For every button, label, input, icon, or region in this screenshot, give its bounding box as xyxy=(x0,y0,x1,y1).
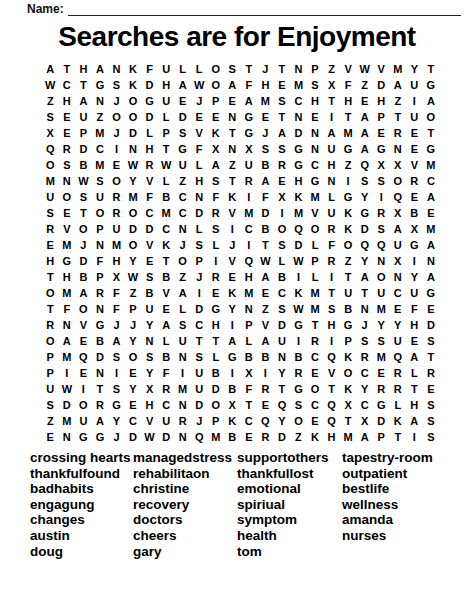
grid-cell[interactable]: N xyxy=(59,173,76,189)
grid-cell[interactable]: H xyxy=(323,317,340,333)
grid-cell[interactable]: D xyxy=(423,317,440,333)
grid-cell[interactable]: K xyxy=(125,61,142,77)
grid-cell[interactable]: S xyxy=(373,173,390,189)
grid-cell[interactable]: D xyxy=(191,397,208,413)
grid-cell[interactable]: D xyxy=(125,221,142,237)
grid-cell[interactable]: U xyxy=(141,301,158,317)
grid-cell[interactable]: D xyxy=(75,141,92,157)
grid-cell[interactable]: P xyxy=(158,125,175,141)
grid-cell[interactable]: F xyxy=(158,365,175,381)
grid-cell[interactable]: N xyxy=(174,221,191,237)
grid-cell[interactable]: J xyxy=(108,429,125,445)
grid-cell[interactable]: L xyxy=(174,301,191,317)
grid-cell[interactable]: B xyxy=(224,429,241,445)
grid-cell[interactable]: L xyxy=(158,173,175,189)
grid-cell[interactable]: K xyxy=(340,205,357,221)
grid-cell[interactable]: F xyxy=(207,189,224,205)
grid-cell[interactable]: G xyxy=(307,173,324,189)
grid-cell[interactable]: N xyxy=(241,301,258,317)
grid-cell[interactable]: G xyxy=(423,77,440,93)
grid-cell[interactable]: S xyxy=(373,221,390,237)
grid-cell[interactable]: Z xyxy=(340,157,357,173)
grid-cell[interactable]: L xyxy=(389,397,406,413)
grid-cell[interactable]: A xyxy=(108,333,125,349)
grid-cell[interactable]: O xyxy=(207,397,224,413)
grid-cell[interactable]: P xyxy=(125,301,142,317)
grid-cell[interactable]: V xyxy=(141,237,158,253)
grid-cell[interactable]: W xyxy=(191,77,208,93)
grid-cell[interactable]: D xyxy=(141,109,158,125)
grid-cell[interactable]: J xyxy=(108,125,125,141)
grid-cell[interactable]: S xyxy=(356,173,373,189)
grid-cell[interactable]: R xyxy=(207,269,224,285)
grid-cell[interactable]: P xyxy=(241,317,258,333)
grid-cell[interactable]: R xyxy=(141,157,158,173)
grid-cell[interactable]: D xyxy=(290,237,307,253)
grid-cell[interactable]: D xyxy=(125,125,142,141)
grid-cell[interactable]: M xyxy=(42,173,59,189)
grid-cell[interactable]: S xyxy=(191,349,208,365)
grid-cell[interactable]: M xyxy=(340,125,357,141)
grid-cell[interactable]: Y xyxy=(141,317,158,333)
grid-cell[interactable]: Q xyxy=(323,413,340,429)
grid-cell[interactable]: D xyxy=(373,413,390,429)
grid-cell[interactable]: R xyxy=(108,189,125,205)
grid-cell[interactable]: V xyxy=(59,221,76,237)
grid-cell[interactable]: U xyxy=(406,77,423,93)
grid-cell[interactable]: O xyxy=(75,301,92,317)
grid-cell[interactable]: A xyxy=(241,93,258,109)
grid-cell[interactable]: O xyxy=(108,173,125,189)
grid-cell[interactable]: N xyxy=(108,61,125,77)
grid-cell[interactable]: L xyxy=(191,157,208,173)
grid-cell[interactable]: V xyxy=(141,173,158,189)
grid-cell[interactable]: R xyxy=(241,173,258,189)
grid-cell[interactable]: P xyxy=(340,333,357,349)
grid-cell[interactable]: U xyxy=(158,93,175,109)
grid-cell[interactable]: N xyxy=(174,429,191,445)
grid-cell[interactable]: R xyxy=(42,221,59,237)
grid-cell[interactable]: I xyxy=(257,365,274,381)
grid-cell[interactable]: E xyxy=(125,365,142,381)
grid-cell[interactable]: M xyxy=(108,237,125,253)
grid-cell[interactable]: N xyxy=(323,173,340,189)
grid-cell[interactable]: C xyxy=(59,77,76,93)
grid-cell[interactable]: T xyxy=(323,285,340,301)
grid-cell[interactable]: K xyxy=(125,77,142,93)
grid-cell[interactable]: G xyxy=(141,93,158,109)
word-list-item[interactable]: doug xyxy=(30,544,133,560)
grid-cell[interactable]: V xyxy=(373,61,390,77)
grid-cell[interactable]: E xyxy=(406,125,423,141)
grid-cell[interactable]: A xyxy=(323,125,340,141)
grid-cell[interactable]: G xyxy=(373,397,390,413)
grid-cell[interactable]: I xyxy=(75,381,92,397)
grid-cell[interactable]: M xyxy=(307,301,324,317)
grid-cell[interactable]: O xyxy=(307,221,324,237)
grid-cell[interactable]: R xyxy=(257,381,274,397)
grid-cell[interactable]: D xyxy=(75,253,92,269)
grid-cell[interactable]: T xyxy=(42,269,59,285)
grid-cell[interactable]: Y xyxy=(274,413,291,429)
grid-cell[interactable]: M xyxy=(241,205,258,221)
grid-cell[interactable]: S xyxy=(42,205,59,221)
grid-cell[interactable]: F xyxy=(108,301,125,317)
grid-cell[interactable]: O xyxy=(42,157,59,173)
grid-cell[interactable]: R xyxy=(257,429,274,445)
grid-cell[interactable]: W xyxy=(257,253,274,269)
grid-cell[interactable]: A xyxy=(389,77,406,93)
grid-cell[interactable]: Q xyxy=(356,157,373,173)
grid-cell[interactable]: E xyxy=(389,301,406,317)
grid-cell[interactable]: X xyxy=(274,189,291,205)
grid-cell[interactable]: B xyxy=(406,205,423,221)
grid-cell[interactable]: P xyxy=(207,413,224,429)
grid-cell[interactable]: E xyxy=(241,429,258,445)
grid-cell[interactable]: Y xyxy=(125,173,142,189)
grid-cell[interactable]: S xyxy=(42,397,59,413)
grid-cell[interactable]: I xyxy=(108,365,125,381)
grid-cell[interactable]: R xyxy=(174,413,191,429)
grid-cell[interactable]: D xyxy=(290,125,307,141)
grid-cell[interactable]: R xyxy=(423,365,440,381)
grid-cell[interactable]: E xyxy=(224,269,241,285)
grid-cell[interactable]: S xyxy=(75,189,92,205)
grid-cell[interactable]: S xyxy=(423,397,440,413)
grid-cell[interactable]: X xyxy=(406,221,423,237)
grid-cell[interactable]: M xyxy=(59,349,76,365)
grid-cell[interactable]: H xyxy=(340,93,357,109)
word-list-item[interactable]: supportothers xyxy=(237,450,342,466)
grid-cell[interactable]: C xyxy=(241,413,258,429)
grid-cell[interactable]: J xyxy=(125,317,142,333)
grid-cell[interactable]: A xyxy=(75,285,92,301)
grid-cell[interactable]: E xyxy=(406,333,423,349)
grid-cell[interactable]: I xyxy=(108,141,125,157)
grid-cell[interactable]: I xyxy=(323,269,340,285)
grid-cell[interactable]: I xyxy=(406,253,423,269)
grid-cell[interactable]: A xyxy=(356,109,373,125)
grid-cell[interactable]: G xyxy=(59,253,76,269)
grid-cell[interactable]: E xyxy=(307,109,324,125)
grid-cell[interactable]: U xyxy=(323,205,340,221)
word-list-item[interactable]: spiriual xyxy=(237,497,342,513)
grid-cell[interactable]: S xyxy=(274,93,291,109)
grid-cell[interactable]: F xyxy=(59,301,76,317)
grid-cell[interactable]: A xyxy=(224,333,241,349)
grid-cell[interactable]: T xyxy=(241,397,258,413)
grid-cell[interactable]: J xyxy=(356,317,373,333)
grid-cell[interactable]: A xyxy=(42,61,59,77)
grid-cell[interactable]: H xyxy=(406,397,423,413)
grid-cell[interactable]: H xyxy=(257,77,274,93)
grid-cell[interactable]: O xyxy=(125,93,142,109)
grid-cell[interactable]: B xyxy=(92,333,109,349)
grid-cell[interactable]: B xyxy=(241,349,258,365)
grid-cell[interactable]: J xyxy=(75,237,92,253)
grid-cell[interactable]: U xyxy=(42,381,59,397)
grid-cell[interactable]: F xyxy=(108,285,125,301)
grid-cell[interactable]: L xyxy=(241,333,258,349)
grid-cell[interactable]: B xyxy=(257,349,274,365)
grid-cell[interactable]: H xyxy=(158,77,175,93)
grid-cell[interactable]: M xyxy=(92,125,109,141)
grid-cell[interactable]: J xyxy=(191,269,208,285)
grid-cell[interactable]: M xyxy=(257,93,274,109)
grid-cell[interactable]: K xyxy=(340,381,357,397)
grid-cell[interactable]: H xyxy=(290,173,307,189)
grid-cell[interactable]: D xyxy=(207,381,224,397)
grid-cell[interactable]: Q xyxy=(389,189,406,205)
grid-cell[interactable]: A xyxy=(356,269,373,285)
grid-cell[interactable]: U xyxy=(174,157,191,173)
grid-cell[interactable]: S xyxy=(274,141,291,157)
grid-cell[interactable]: G xyxy=(290,381,307,397)
grid-cell[interactable]: K xyxy=(224,189,241,205)
grid-cell[interactable]: O xyxy=(207,77,224,93)
grid-cell[interactable]: M xyxy=(373,349,390,365)
grid-cell[interactable]: J xyxy=(108,317,125,333)
grid-cell[interactable]: E xyxy=(158,301,175,317)
grid-cell[interactable]: P xyxy=(207,93,224,109)
grid-cell[interactable]: O xyxy=(125,205,142,221)
grid-cell[interactable]: K xyxy=(340,221,357,237)
grid-cell[interactable]: S xyxy=(141,349,158,365)
grid-cell[interactable]: Z xyxy=(125,285,142,301)
grid-cell[interactable]: I xyxy=(323,333,340,349)
grid-cell[interactable]: T xyxy=(340,269,357,285)
grid-cell[interactable]: Q xyxy=(241,253,258,269)
grid-cell[interactable]: G xyxy=(340,189,357,205)
grid-cell[interactable]: S xyxy=(207,221,224,237)
grid-cell[interactable]: D xyxy=(125,429,142,445)
grid-cell[interactable]: D xyxy=(59,397,76,413)
grid-cell[interactable]: N xyxy=(191,189,208,205)
grid-cell[interactable]: S xyxy=(373,333,390,349)
grid-cell[interactable]: M xyxy=(307,285,324,301)
word-list-item[interactable]: nurses xyxy=(342,528,433,544)
grid-cell[interactable]: R xyxy=(207,205,224,221)
word-list-item[interactable]: doctors xyxy=(133,512,237,528)
grid-cell[interactable]: E xyxy=(191,109,208,125)
grid-cell[interactable]: U xyxy=(158,413,175,429)
grid-cell[interactable]: A xyxy=(423,189,440,205)
grid-cell[interactable]: D xyxy=(141,221,158,237)
grid-cell[interactable]: P xyxy=(307,61,324,77)
word-list-item[interactable]: changes xyxy=(30,512,133,528)
grid-cell[interactable]: G xyxy=(92,429,109,445)
grid-cell[interactable]: N xyxy=(274,349,291,365)
grid-cell[interactable]: W xyxy=(75,173,92,189)
grid-cell[interactable]: Z xyxy=(257,301,274,317)
word-list-item[interactable]: thankfullost xyxy=(237,466,342,482)
word-list-item[interactable]: engagung xyxy=(30,497,133,513)
grid-cell[interactable]: J xyxy=(257,61,274,77)
grid-cell[interactable]: L xyxy=(207,237,224,253)
grid-cell[interactable]: X xyxy=(108,269,125,285)
grid-cell[interactable]: L xyxy=(323,189,340,205)
grid-cell[interactable]: E xyxy=(406,189,423,205)
grid-cell[interactable]: N xyxy=(59,429,76,445)
grid-cell[interactable]: O xyxy=(108,109,125,125)
grid-cell[interactable]: H xyxy=(59,93,76,109)
grid-cell[interactable]: A xyxy=(207,157,224,173)
grid-cell[interactable]: S xyxy=(92,173,109,189)
grid-cell[interactable]: T xyxy=(307,317,324,333)
grid-cell[interactable]: M xyxy=(92,157,109,173)
grid-cell[interactable]: W xyxy=(141,429,158,445)
grid-cell[interactable]: D xyxy=(174,109,191,125)
word-list-item[interactable]: tapestry-room xyxy=(342,450,433,466)
grid-cell[interactable]: R xyxy=(323,253,340,269)
grid-cell[interactable]: B xyxy=(158,189,175,205)
grid-cell[interactable]: R xyxy=(290,365,307,381)
grid-cell[interactable]: D xyxy=(191,301,208,317)
grid-cell[interactable]: L xyxy=(174,61,191,77)
grid-cell[interactable]: R xyxy=(158,381,175,397)
grid-cell[interactable]: E xyxy=(125,397,142,413)
word-list-item[interactable]: emotional xyxy=(237,481,342,497)
grid-cell[interactable]: K xyxy=(290,285,307,301)
grid-cell[interactable]: U xyxy=(108,221,125,237)
grid-cell[interactable]: H xyxy=(191,173,208,189)
grid-cell[interactable]: H xyxy=(373,93,390,109)
grid-cell[interactable]: C xyxy=(307,397,324,413)
grid-cell[interactable]: N xyxy=(389,269,406,285)
grid-cell[interactable]: H xyxy=(323,429,340,445)
grid-cell[interactable]: A xyxy=(257,333,274,349)
grid-cell[interactable]: M xyxy=(59,413,76,429)
grid-cell[interactable]: J xyxy=(191,413,208,429)
grid-cell[interactable]: Z xyxy=(389,93,406,109)
grid-cell[interactable]: N xyxy=(224,141,241,157)
word-list-item[interactable]: amanda xyxy=(342,512,433,528)
grid-cell[interactable]: Q xyxy=(290,221,307,237)
grid-cell[interactable]: G xyxy=(75,429,92,445)
grid-cell[interactable]: E xyxy=(406,141,423,157)
grid-cell[interactable]: N xyxy=(125,141,142,157)
grid-cell[interactable]: L xyxy=(274,253,291,269)
grid-cell[interactable]: K xyxy=(158,237,175,253)
grid-cell[interactable]: U xyxy=(75,413,92,429)
grid-cell[interactable]: J xyxy=(257,125,274,141)
grid-cell[interactable]: E xyxy=(207,285,224,301)
grid-cell[interactable]: R xyxy=(59,141,76,157)
grid-cell[interactable]: T xyxy=(274,381,291,397)
grid-cell[interactable]: O xyxy=(75,397,92,413)
grid-cell[interactable]: N xyxy=(92,365,109,381)
grid-cell[interactable]: N xyxy=(92,93,109,109)
grid-cell[interactable]: E xyxy=(59,109,76,125)
grid-cell[interactable]: W xyxy=(59,381,76,397)
word-list-item[interactable]: thankfulfound xyxy=(30,466,133,482)
grid-cell[interactable]: R xyxy=(274,157,291,173)
grid-cell[interactable]: V xyxy=(323,365,340,381)
grid-cell[interactable]: Z xyxy=(356,77,373,93)
grid-cell[interactable]: O xyxy=(125,349,142,365)
grid-cell[interactable]: E xyxy=(42,237,59,253)
grid-cell[interactable]: H xyxy=(75,61,92,77)
grid-cell[interactable]: Q xyxy=(274,397,291,413)
grid-cell[interactable]: T xyxy=(323,93,340,109)
grid-cell[interactable]: Y xyxy=(125,253,142,269)
grid-cell[interactable]: G xyxy=(290,317,307,333)
grid-cell[interactable]: X xyxy=(241,141,258,157)
grid-cell[interactable]: B xyxy=(207,365,224,381)
grid-cell[interactable]: E xyxy=(257,397,274,413)
grid-cell[interactable]: Z xyxy=(340,253,357,269)
grid-cell[interactable]: A xyxy=(389,221,406,237)
grid-cell[interactable]: R xyxy=(389,381,406,397)
grid-cell[interactable]: G xyxy=(224,349,241,365)
grid-cell[interactable]: P xyxy=(191,253,208,269)
grid-cell[interactable]: E xyxy=(75,365,92,381)
grid-cell[interactable]: T xyxy=(274,109,291,125)
grid-cell[interactable]: B xyxy=(274,269,291,285)
grid-cell[interactable]: L xyxy=(158,333,175,349)
grid-cell[interactable]: O xyxy=(92,205,109,221)
grid-cell[interactable]: S xyxy=(191,237,208,253)
word-list-item[interactable]: badhabits xyxy=(30,481,133,497)
grid-cell[interactable]: O xyxy=(42,285,59,301)
grid-cell[interactable]: J xyxy=(108,93,125,109)
grid-cell[interactable]: O xyxy=(340,365,357,381)
word-list-item[interactable]: managedstress xyxy=(133,450,237,466)
grid-cell[interactable]: A xyxy=(356,429,373,445)
grid-cell[interactable]: Y xyxy=(356,381,373,397)
grid-cell[interactable]: M xyxy=(290,77,307,93)
grid-cell[interactable]: Y xyxy=(356,189,373,205)
grid-cell[interactable]: P xyxy=(42,365,59,381)
grid-cell[interactable]: S xyxy=(257,141,274,157)
grid-cell[interactable]: R xyxy=(389,125,406,141)
grid-cell[interactable]: Z xyxy=(92,109,109,125)
grid-cell[interactable]: E xyxy=(257,285,274,301)
grid-cell[interactable]: N xyxy=(373,253,390,269)
grid-cell[interactable]: U xyxy=(241,157,258,173)
grid-cell[interactable]: T xyxy=(274,61,291,77)
grid-cell[interactable]: B xyxy=(257,221,274,237)
grid-cell[interactable]: E xyxy=(257,109,274,125)
grid-cell[interactable]: Y xyxy=(356,253,373,269)
grid-cell[interactable]: H xyxy=(108,253,125,269)
grid-cell[interactable]: V xyxy=(158,285,175,301)
grid-cell[interactable]: V xyxy=(307,205,324,221)
grid-cell[interactable]: E xyxy=(224,93,241,109)
grid-cell[interactable]: D xyxy=(257,205,274,221)
grid-cell[interactable]: M xyxy=(59,237,76,253)
grid-cell[interactable]: L xyxy=(307,269,324,285)
grid-cell[interactable]: F xyxy=(241,77,258,93)
grid-cell[interactable]: G xyxy=(340,317,357,333)
grid-cell[interactable]: E xyxy=(307,365,324,381)
grid-cell[interactable]: W xyxy=(42,77,59,93)
grid-cell[interactable]: E xyxy=(423,381,440,397)
grid-cell[interactable]: C xyxy=(356,397,373,413)
grid-cell[interactable]: T xyxy=(59,61,76,77)
grid-cell[interactable]: A xyxy=(174,285,191,301)
grid-cell[interactable]: L xyxy=(406,365,423,381)
grid-cell[interactable]: D xyxy=(92,349,109,365)
grid-cell[interactable]: F xyxy=(141,189,158,205)
grid-cell[interactable]: V xyxy=(406,157,423,173)
grid-cell[interactable]: G xyxy=(92,317,109,333)
grid-cell[interactable]: T xyxy=(406,381,423,397)
grid-cell[interactable]: C xyxy=(174,205,191,221)
grid-cell[interactable]: A xyxy=(92,61,109,77)
grid-cell[interactable]: X xyxy=(241,365,258,381)
grid-cell[interactable]: P xyxy=(75,125,92,141)
